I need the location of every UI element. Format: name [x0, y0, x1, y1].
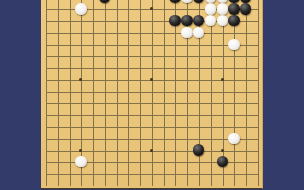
stone-white-Q15: [217, 15, 228, 26]
go-board[interactable]: [41, 0, 263, 189]
stone-black-M17: [169, 0, 180, 3]
stone-white-N17: [181, 0, 192, 3]
stone-white-R13: [228, 39, 239, 50]
stone-white-D3: [75, 156, 86, 167]
app-background: [0, 0, 304, 190]
stone-white-P15: [205, 15, 216, 26]
stone-white-Q16: [217, 3, 228, 14]
stone-black-O17: [193, 0, 204, 3]
stone-white-P16: [205, 3, 216, 14]
stone-black-O15: [193, 15, 204, 26]
stone-black-R16: [228, 3, 239, 14]
stone-white-O14: [193, 27, 204, 38]
stone-black-S16: [240, 3, 251, 14]
stone-black-F17: [99, 0, 110, 3]
stone-black-O4: [193, 144, 204, 155]
stone-black-Q3: [217, 156, 228, 167]
stone-black-N15: [181, 15, 192, 26]
stones-layer: [40, 0, 264, 190]
stone-white-D16: [75, 3, 86, 14]
stone-black-R15: [228, 15, 239, 26]
stone-black-M15: [169, 15, 180, 26]
stone-white-N14: [181, 27, 192, 38]
stone-white-R5: [228, 133, 239, 144]
